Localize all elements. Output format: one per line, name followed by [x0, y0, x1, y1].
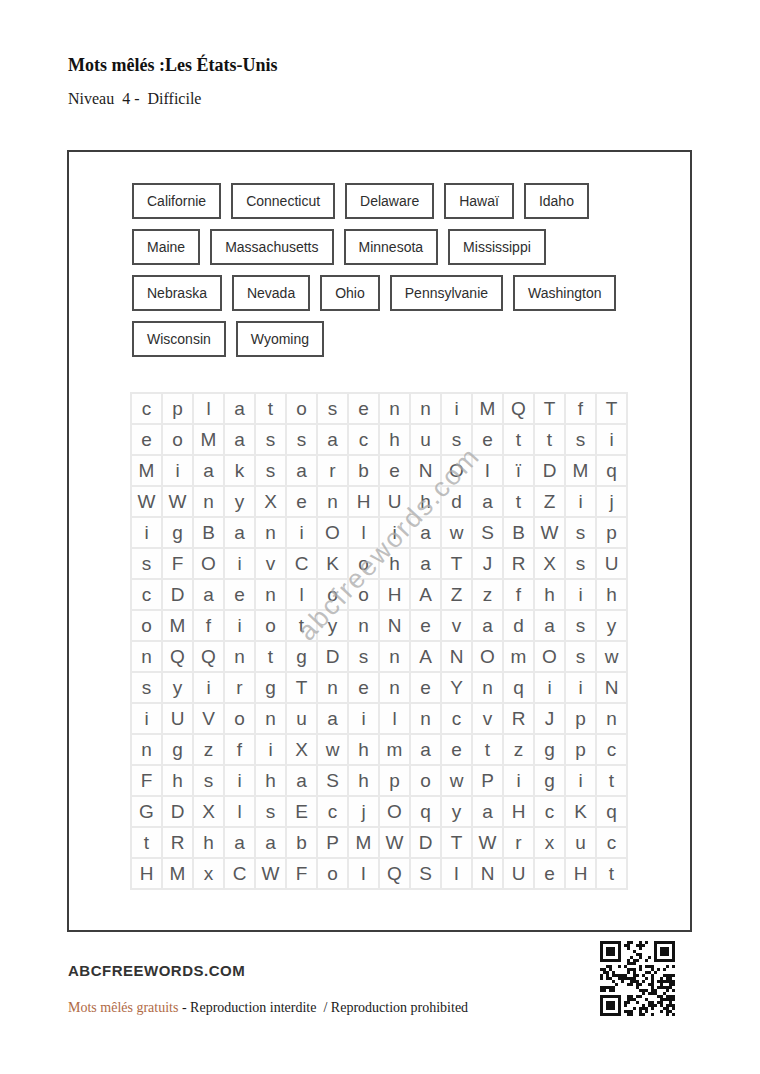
grid-cell-r10c16: N: [597, 673, 626, 702]
grid-cell-r9c14: O: [535, 642, 564, 671]
grid-cell-r9c4: n: [225, 642, 254, 671]
grid-cell-r1c7: s: [318, 394, 347, 423]
grid-cell-r13c8: h: [349, 766, 378, 795]
grid-cell-r9c13: m: [504, 642, 533, 671]
grid-cell-r13c13: i: [504, 766, 533, 795]
grid-cell-r12c14: g: [535, 735, 564, 764]
grid-cell-r14c4: l: [225, 797, 254, 826]
grid-cell-r5c7: O: [318, 518, 347, 547]
grid-cell-r15c7: P: [318, 828, 347, 857]
grid-cell-r11c10: n: [411, 704, 440, 733]
grid-cell-r15c4: a: [225, 828, 254, 857]
grid-cell-r14c7: c: [318, 797, 347, 826]
grid-cell-r7c3: a: [194, 580, 223, 609]
word-chip-wisconsin: Wisconsin: [132, 321, 226, 357]
grid-cell-r11c7: a: [318, 704, 347, 733]
difficulty-level: Niveau 4 - Difficile: [68, 90, 201, 108]
grid-cell-r4c7: n: [318, 487, 347, 516]
grid-cell-r1c5: t: [256, 394, 285, 423]
grid-cell-r13c10: o: [411, 766, 440, 795]
word-chip-ohio: Ohio: [320, 275, 380, 311]
grid-cell-r8c16: y: [597, 611, 626, 640]
grid-cell-r8c10: e: [411, 611, 440, 640]
grid-cell-r1c6: o: [287, 394, 316, 423]
grid-cell-r16c13: U: [504, 859, 533, 888]
grid-cell-r11c3: V: [194, 704, 223, 733]
grid-cell-r3c9: e: [380, 456, 409, 485]
word-chip-mississippi: Mississippi: [448, 229, 546, 265]
grid-cell-r9c6: g: [287, 642, 316, 671]
grid-cell-r3c15: M: [566, 456, 595, 485]
grid-cell-r15c3: h: [194, 828, 223, 857]
grid-cell-r6c9: h: [380, 549, 409, 578]
grid-cell-r1c16: T: [597, 394, 626, 423]
grid-cell-r12c15: p: [566, 735, 595, 764]
grid-cell-r9c16: w: [597, 642, 626, 671]
word-chip-maine: Maine: [132, 229, 200, 265]
grid-cell-r10c14: i: [535, 673, 564, 702]
grid-cell-r15c5: a: [256, 828, 285, 857]
grid-cell-r11c6: u: [287, 704, 316, 733]
grid-cell-r1c11: i: [442, 394, 471, 423]
grid-cell-r13c7: S: [318, 766, 347, 795]
grid-cell-r10c4: r: [225, 673, 254, 702]
grid-cell-r16c1: H: [132, 859, 161, 888]
grid-cell-r10c9: n: [380, 673, 409, 702]
grid-cell-r11c12: v: [473, 704, 502, 733]
grid-cell-r1c1: c: [132, 394, 161, 423]
grid-cell-r13c4: i: [225, 766, 254, 795]
grid-cell-r7c16: h: [597, 580, 626, 609]
grid-cell-r7c6: l: [287, 580, 316, 609]
grid-cell-r5c16: p: [597, 518, 626, 547]
grid-cell-r7c11: Z: [442, 580, 471, 609]
grid-cell-r6c5: v: [256, 549, 285, 578]
grid-cell-r6c14: X: [535, 549, 564, 578]
grid-cell-r11c15: p: [566, 704, 595, 733]
word-chip-californie: Californie: [132, 183, 221, 219]
grid-cell-r3c7: r: [318, 456, 347, 485]
grid-cell-r16c5: W: [256, 859, 285, 888]
grid-cell-r7c12: z: [473, 580, 502, 609]
grid-cell-r5c15: s: [566, 518, 595, 547]
word-chip-washington: Washington: [513, 275, 616, 311]
grid-cell-r14c9: O: [380, 797, 409, 826]
grid-cell-r8c14: a: [535, 611, 564, 640]
grid-cell-r12c13: z: [504, 735, 533, 764]
grid-cell-r10c11: Y: [442, 673, 471, 702]
grid-cell-r13c11: w: [442, 766, 471, 795]
grid-cell-r12c5: i: [256, 735, 285, 764]
grid-cell-r8c4: i: [225, 611, 254, 640]
grid-cell-r8c11: v: [442, 611, 471, 640]
grid-cell-r3c13: ï: [504, 456, 533, 485]
grid-cell-r12c4: f: [225, 735, 254, 764]
puzzle-page: Mots mêlés :Les États-Unis Niveau 4 - Di…: [0, 0, 760, 1074]
word-list-row: MaineMassachusettsMinnesotaMississippi: [132, 229, 672, 265]
grid-cell-r2c6: s: [287, 425, 316, 454]
word-chip-idaho: Idaho: [524, 183, 589, 219]
grid-cell-r9c2: Q: [163, 642, 192, 671]
grid-cell-r10c2: y: [163, 673, 192, 702]
grid-cell-r6c8: o: [349, 549, 378, 578]
grid-cell-r5c13: B: [504, 518, 533, 547]
grid-cell-r5c6: i: [287, 518, 316, 547]
page-title: Mots mêlés :Les États-Unis: [68, 55, 277, 76]
grid-cell-r1c9: n: [380, 394, 409, 423]
grid-cell-r5c2: g: [163, 518, 192, 547]
footer-brand: ABCFREEWORDS.COM: [68, 962, 245, 979]
word-chip-wyoming: Wyoming: [236, 321, 324, 357]
grid-cell-r13c16: t: [597, 766, 626, 795]
grid-cell-r14c2: D: [163, 797, 192, 826]
grid-cell-r5c11: w: [442, 518, 471, 547]
word-list-row: WisconsinWyoming: [132, 321, 672, 357]
grid-cell-r15c1: t: [132, 828, 161, 857]
grid-cell-r10c12: n: [473, 673, 502, 702]
grid-cell-r12c9: m: [380, 735, 409, 764]
grid-cell-r4c8: H: [349, 487, 378, 516]
grid-cell-r9c7: D: [318, 642, 347, 671]
grid-cell-r13c2: h: [163, 766, 192, 795]
grid-cell-r6c11: T: [442, 549, 471, 578]
grid-cell-r5c10: a: [411, 518, 440, 547]
grid-cell-r9c15: s: [566, 642, 595, 671]
grid-cell-r5c3: B: [194, 518, 223, 547]
grid-cell-r8c6: t: [287, 611, 316, 640]
grid-cell-r15c9: W: [380, 828, 409, 857]
grid-cell-r13c9: p: [380, 766, 409, 795]
grid-cell-r3c6: a: [287, 456, 316, 485]
grid-cell-r6c13: R: [504, 549, 533, 578]
grid-cell-r3c5: s: [256, 456, 285, 485]
grid-cell-r1c13: Q: [504, 394, 533, 423]
grid-cell-r15c14: x: [535, 828, 564, 857]
grid-cell-r9c3: Q: [194, 642, 223, 671]
grid-cell-r4c16: j: [597, 487, 626, 516]
grid-cell-r8c2: M: [163, 611, 192, 640]
grid-cell-r8c15: s: [566, 611, 595, 640]
grid-cell-r3c8: b: [349, 456, 378, 485]
grid-cell-r7c2: D: [163, 580, 192, 609]
grid-cell-r2c15: s: [566, 425, 595, 454]
grid-cell-r7c10: A: [411, 580, 440, 609]
grid-cell-r16c10: S: [411, 859, 440, 888]
footer-copyright: Mots mêlés gratuits - Reproduction inter…: [68, 1000, 468, 1016]
grid-cell-r7c1: c: [132, 580, 161, 609]
grid-cell-r11c14: J: [535, 704, 564, 733]
grid-cell-r7c13: f: [504, 580, 533, 609]
grid-cell-r14c16: q: [597, 797, 626, 826]
word-chip-massachusetts: Massachusetts: [210, 229, 333, 265]
grid-cell-r1c3: l: [194, 394, 223, 423]
grid-cell-r15c13: r: [504, 828, 533, 857]
grid-cell-r3c11: O: [442, 456, 471, 485]
grid-cell-r2c16: i: [597, 425, 626, 454]
grid-cell-r16c7: o: [318, 859, 347, 888]
grid-cell-r8c12: a: [473, 611, 502, 640]
grid-cell-r4c1: W: [132, 487, 161, 516]
grid-cell-r16c3: x: [194, 859, 223, 888]
grid-cell-r15c16: c: [597, 828, 626, 857]
grid-cell-r16c12: N: [473, 859, 502, 888]
grid-cell-r15c2: R: [163, 828, 192, 857]
grid-cell-r7c8: o: [349, 580, 378, 609]
grid-cell-r2c11: s: [442, 425, 471, 454]
grid-cell-r2c9: h: [380, 425, 409, 454]
word-chip-nevada: Nevada: [232, 275, 310, 311]
grid-cell-r13c5: h: [256, 766, 285, 795]
grid-cell-r14c5: s: [256, 797, 285, 826]
grid-cell-r12c11: e: [442, 735, 471, 764]
word-chip-minnesota: Minnesota: [344, 229, 439, 265]
grid-cell-r15c15: u: [566, 828, 595, 857]
grid-cell-r14c14: c: [535, 797, 564, 826]
grid-cell-r6c10: a: [411, 549, 440, 578]
grid-cell-r12c8: h: [349, 735, 378, 764]
grid-cell-r1c14: T: [535, 394, 564, 423]
grid-cell-r8c3: f: [194, 611, 223, 640]
grid-cell-r2c10: u: [411, 425, 440, 454]
grid-cell-r1c4: a: [225, 394, 254, 423]
grid-cell-r11c11: c: [442, 704, 471, 733]
grid-cell-r1c8: e: [349, 394, 378, 423]
grid-cell-r14c1: G: [132, 797, 161, 826]
grid-cell-r2c1: e: [132, 425, 161, 454]
grid-cell-r13c14: g: [535, 766, 564, 795]
grid-cell-r14c10: q: [411, 797, 440, 826]
grid-cell-r2c4: a: [225, 425, 254, 454]
grid-cell-r16c4: C: [225, 859, 254, 888]
grid-cell-r2c7: a: [318, 425, 347, 454]
grid-cell-r3c10: N: [411, 456, 440, 485]
grid-cell-r2c5: s: [256, 425, 285, 454]
grid-cell-r15c10: D: [411, 828, 440, 857]
grid-cell-r6c16: U: [597, 549, 626, 578]
word-list-row: NebraskaNevadaOhioPennsylvanieWashington: [132, 275, 672, 311]
grid-cell-r12c6: X: [287, 735, 316, 764]
grid-cell-r3c4: k: [225, 456, 254, 485]
grid-cell-r11c8: i: [349, 704, 378, 733]
grid-cell-r6c7: K: [318, 549, 347, 578]
grid-cell-r10c1: s: [132, 673, 161, 702]
grid-cell-r6c2: F: [163, 549, 192, 578]
word-list-row: CalifornieConnecticutDelawareHawaïIdaho: [132, 183, 672, 219]
footer-notice: - Reproduction interdite / Reproduction …: [178, 1000, 468, 1015]
grid-cell-r6c1: s: [132, 549, 161, 578]
grid-cell-r1c12: M: [473, 394, 502, 423]
grid-cell-r11c1: i: [132, 704, 161, 733]
grid-cell-r11c4: o: [225, 704, 254, 733]
grid-cell-r6c6: C: [287, 549, 316, 578]
word-chip-pennsylvanie: Pennsylvanie: [390, 275, 503, 311]
grid-cell-r13c6: a: [287, 766, 316, 795]
grid-area: cplatosenniMQTfTeoMassachusettsiMiaksarb…: [130, 392, 628, 890]
grid-cell-r4c3: n: [194, 487, 223, 516]
grid-cell-r7c7: o: [318, 580, 347, 609]
grid-cell-r3c12: I: [473, 456, 502, 485]
grid-cell-r8c1: o: [132, 611, 161, 640]
grid-cell-r13c15: i: [566, 766, 595, 795]
grid-cell-r11c9: l: [380, 704, 409, 733]
grid-cell-r11c13: R: [504, 704, 533, 733]
grid-cell-r4c4: y: [225, 487, 254, 516]
grid-cell-r14c3: X: [194, 797, 223, 826]
grid-cell-r6c4: i: [225, 549, 254, 578]
grid-cell-r14c6: E: [287, 797, 316, 826]
grid-cell-r1c10: n: [411, 394, 440, 423]
grid-cell-r12c1: n: [132, 735, 161, 764]
grid-cell-r2c12: e: [473, 425, 502, 454]
grid-cell-r3c16: q: [597, 456, 626, 485]
grid-cell-r15c12: W: [473, 828, 502, 857]
grid-cell-r15c11: T: [442, 828, 471, 857]
grid-cell-r9c11: N: [442, 642, 471, 671]
grid-cell-r4c5: X: [256, 487, 285, 516]
grid-cell-r9c9: n: [380, 642, 409, 671]
grid-cell-r16c8: I: [349, 859, 378, 888]
grid-cell-r14c8: j: [349, 797, 378, 826]
grid-cell-r4c12: a: [473, 487, 502, 516]
grid-cell-r13c1: F: [132, 766, 161, 795]
grid-cell-r6c3: O: [194, 549, 223, 578]
grid-cell-r4c15: i: [566, 487, 595, 516]
grid-cell-r9c12: O: [473, 642, 502, 671]
grid-cell-r3c14: D: [535, 456, 564, 485]
grid-cell-r5c4: a: [225, 518, 254, 547]
grid-cell-r12c16: c: [597, 735, 626, 764]
grid-cell-r14c15: K: [566, 797, 595, 826]
grid-cell-r4c14: Z: [535, 487, 564, 516]
grid-cell-r7c4: e: [225, 580, 254, 609]
grid-cell-r10c10: e: [411, 673, 440, 702]
grid-cell-r9c8: s: [349, 642, 378, 671]
grid-cell-r5c9: i: [380, 518, 409, 547]
grid-cell-r2c2: o: [163, 425, 192, 454]
grid-cell-r8c13: d: [504, 611, 533, 640]
grid-cell-r12c10: a: [411, 735, 440, 764]
grid-cell-r8c9: N: [380, 611, 409, 640]
grid-cell-r16c16: t: [597, 859, 626, 888]
grid-cell-r6c12: J: [473, 549, 502, 578]
grid-cell-r16c2: M: [163, 859, 192, 888]
grid-cell-r3c1: M: [132, 456, 161, 485]
grid-cell-r5c14: W: [535, 518, 564, 547]
grid-cell-r13c12: P: [473, 766, 502, 795]
letter-grid: cplatosenniMQTfTeoMassachusettsiMiaksarb…: [130, 392, 628, 890]
grid-cell-r10c7: n: [318, 673, 347, 702]
grid-cell-r10c3: i: [194, 673, 223, 702]
grid-cell-r4c6: e: [287, 487, 316, 516]
grid-cell-r16c6: F: [287, 859, 316, 888]
footer-link[interactable]: Mots mêlés gratuits: [68, 1000, 178, 1015]
grid-cell-r5c5: n: [256, 518, 285, 547]
puzzle-frame: CalifornieConnecticutDelawareHawaïIdahoM…: [67, 150, 692, 932]
grid-cell-r4c11: d: [442, 487, 471, 516]
grid-cell-r7c14: h: [535, 580, 564, 609]
grid-cell-r5c1: i: [132, 518, 161, 547]
grid-cell-r12c2: g: [163, 735, 192, 764]
grid-cell-r9c1: n: [132, 642, 161, 671]
grid-cell-r4c10: h: [411, 487, 440, 516]
grid-cell-r10c6: T: [287, 673, 316, 702]
grid-cell-r2c14: t: [535, 425, 564, 454]
grid-cell-r12c3: z: [194, 735, 223, 764]
grid-cell-r10c5: g: [256, 673, 285, 702]
grid-cell-r4c9: U: [380, 487, 409, 516]
grid-cell-r16c11: I: [442, 859, 471, 888]
grid-cell-r11c5: n: [256, 704, 285, 733]
grid-cell-r2c3: M: [194, 425, 223, 454]
grid-cell-r3c2: i: [163, 456, 192, 485]
grid-cell-r16c9: Q: [380, 859, 409, 888]
word-chip-hawai: Hawaï: [444, 183, 514, 219]
grid-cell-r8c5: o: [256, 611, 285, 640]
word-chip-delaware: Delaware: [345, 183, 434, 219]
grid-cell-r16c15: H: [566, 859, 595, 888]
grid-cell-r9c10: A: [411, 642, 440, 671]
grid-cell-r10c15: i: [566, 673, 595, 702]
qr-code: [600, 941, 675, 1016]
grid-cell-r14c11: y: [442, 797, 471, 826]
grid-cell-r14c12: a: [473, 797, 502, 826]
grid-cell-r15c6: b: [287, 828, 316, 857]
grid-cell-r11c16: n: [597, 704, 626, 733]
grid-cell-r8c8: n: [349, 611, 378, 640]
grid-cell-r5c8: l: [349, 518, 378, 547]
word-list: CalifornieConnecticutDelawareHawaïIdahoM…: [132, 183, 672, 367]
grid-cell-r3c3: a: [194, 456, 223, 485]
grid-cell-r6c15: s: [566, 549, 595, 578]
grid-cell-r11c2: U: [163, 704, 192, 733]
grid-cell-r7c15: i: [566, 580, 595, 609]
grid-cell-r7c9: H: [380, 580, 409, 609]
grid-cell-r8c7: y: [318, 611, 347, 640]
word-chip-nebraska: Nebraska: [132, 275, 222, 311]
grid-cell-r2c8: c: [349, 425, 378, 454]
grid-cell-r9c5: t: [256, 642, 285, 671]
grid-cell-r1c15: f: [566, 394, 595, 423]
grid-cell-r10c13: q: [504, 673, 533, 702]
grid-cell-r12c7: w: [318, 735, 347, 764]
grid-cell-r2c13: t: [504, 425, 533, 454]
word-chip-connecticut: Connecticut: [231, 183, 335, 219]
grid-cell-r14c13: H: [504, 797, 533, 826]
grid-cell-r15c8: M: [349, 828, 378, 857]
grid-cell-r4c2: W: [163, 487, 192, 516]
grid-cell-r5c12: S: [473, 518, 502, 547]
grid-cell-r12c12: t: [473, 735, 502, 764]
grid-cell-r10c8: e: [349, 673, 378, 702]
grid-cell-r4c13: t: [504, 487, 533, 516]
grid-cell-r16c14: e: [535, 859, 564, 888]
grid-cell-r7c5: n: [256, 580, 285, 609]
grid-cell-r13c3: s: [194, 766, 223, 795]
grid-cell-r1c2: p: [163, 394, 192, 423]
